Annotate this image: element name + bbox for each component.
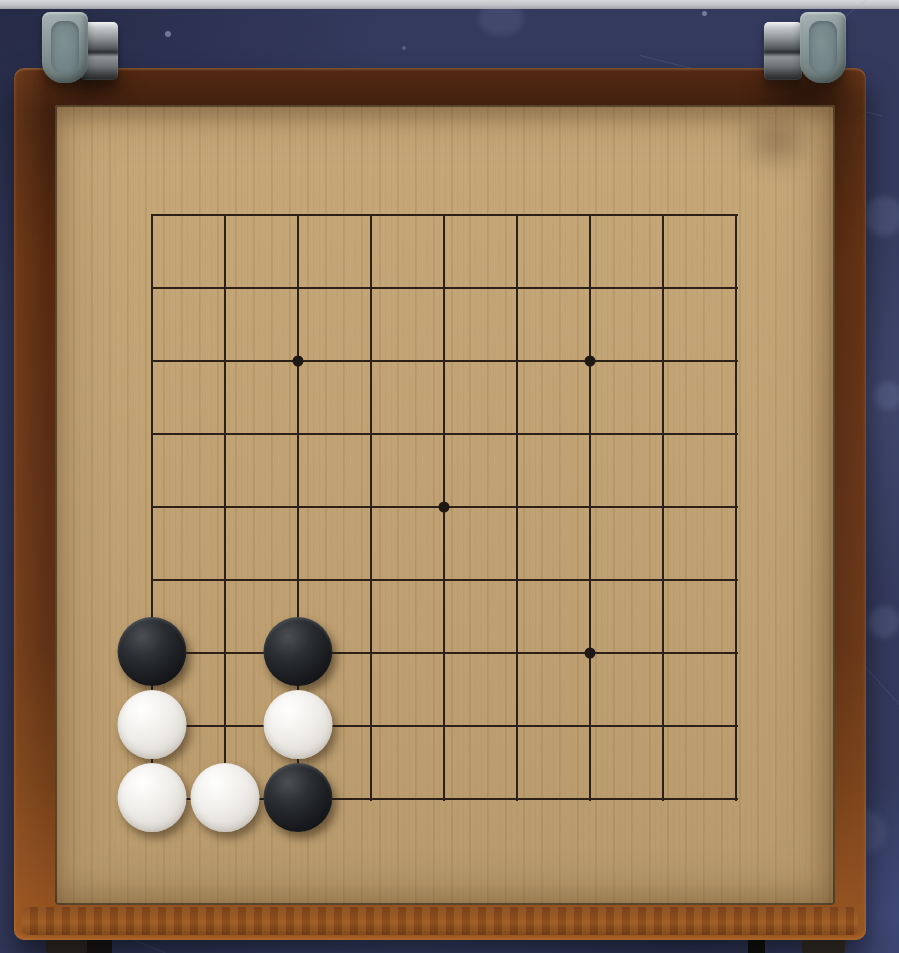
- white-stone[interactable]: [264, 690, 333, 759]
- background-glow-dot: [478, 2, 524, 36]
- background-network-dot: [165, 31, 171, 37]
- clamp-clip-inner-face: [809, 21, 837, 74]
- board-frame: [14, 68, 866, 940]
- star-point: [585, 648, 596, 659]
- game-scene: [0, 0, 899, 953]
- clamp-clip: [800, 12, 846, 83]
- black-stone[interactable]: [264, 617, 333, 686]
- background-glow-dot: [874, 382, 899, 410]
- background-network-dot: [402, 46, 406, 50]
- white-stone[interactable]: [118, 690, 187, 759]
- background-network-dot: [702, 11, 707, 16]
- go-board-grid[interactable]: [151, 214, 738, 801]
- clamp-clip-inner-face: [51, 21, 79, 74]
- clamp-clip: [42, 12, 88, 83]
- left-clamp: [42, 12, 124, 84]
- frame-bottom-edge: [22, 907, 858, 935]
- white-stone[interactable]: [191, 763, 260, 832]
- black-stone[interactable]: [118, 617, 187, 686]
- black-stone[interactable]: [264, 763, 333, 832]
- background-glow-dot: [864, 196, 899, 236]
- ceiling-strip: [0, 0, 899, 9]
- white-stone[interactable]: [118, 763, 187, 832]
- corner-shadow: [737, 111, 817, 171]
- star-point: [585, 356, 596, 367]
- star-point: [439, 502, 450, 513]
- right-clamp: [764, 12, 846, 84]
- star-point: [293, 356, 304, 367]
- background-glow-dot: [868, 606, 899, 638]
- clamp-metal-block: [764, 22, 802, 80]
- board-surface: [55, 105, 835, 905]
